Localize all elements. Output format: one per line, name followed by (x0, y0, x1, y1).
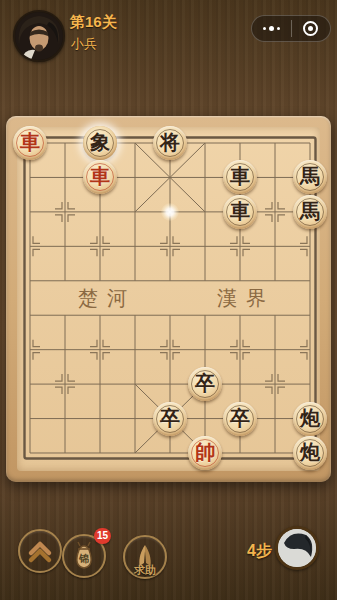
piece-character: 将 (160, 132, 180, 152)
pieces-layer: 車象将車車馬車馬卒卒卒炮帥炮 (6, 116, 331, 482)
top-bar: 第16关 小兵 (0, 0, 337, 66)
tips-count-badge: 15 (94, 528, 111, 544)
opponent-avatar-image (278, 529, 316, 567)
piece-character: 卒 (195, 373, 215, 393)
piece-black-卒[interactable]: 卒 (153, 402, 187, 436)
money-bag-icon: 锦 (66, 538, 102, 574)
piece-character: 炮 (300, 442, 320, 462)
board-frame: 楚河漢界 車象将車車馬車馬卒卒卒炮帥炮 (6, 116, 331, 482)
piece-black-炮[interactable]: 炮 (293, 436, 327, 470)
piece-red-車[interactable]: 車 (13, 126, 47, 160)
piece-black-卒[interactable]: 卒 (188, 367, 222, 401)
piece-black-車[interactable]: 車 (223, 195, 257, 229)
piece-character: 馬 (300, 201, 320, 221)
opponent-avatar (275, 526, 319, 570)
piece-character: 車 (90, 166, 110, 186)
piece-character: 馬 (300, 166, 320, 186)
ask-help-label: 求助 (123, 563, 167, 578)
piece-red-帥[interactable]: 帥 (188, 436, 222, 470)
piece-black-馬[interactable]: 馬 (293, 195, 327, 229)
player-avatar (13, 10, 65, 62)
piece-black-卒[interactable]: 卒 (223, 402, 257, 436)
bottom-bar: 锦 15 求助 4步 (0, 508, 337, 600)
miniprogram-capsule (251, 15, 331, 42)
piece-black-車[interactable]: 車 (223, 160, 257, 194)
piece-character: 車 (20, 132, 40, 152)
app-screen: 第16关 小兵 楚河漢界 車象将車車馬車馬卒卒卒炮帥炮 (0, 0, 337, 600)
svg-text:锦: 锦 (78, 553, 89, 564)
piece-black-馬[interactable]: 馬 (293, 160, 327, 194)
more-button[interactable] (252, 16, 291, 41)
piece-red-車[interactable]: 車 (83, 160, 117, 194)
chevron-up-icon (23, 534, 57, 568)
piece-character: 帥 (195, 442, 215, 462)
piece-character: 卒 (160, 408, 180, 428)
move-hint-sparkle (161, 203, 179, 221)
target-circle-icon (303, 21, 318, 36)
piece-black-炮[interactable]: 炮 (293, 402, 327, 436)
steps-counter: 4步 (247, 541, 272, 562)
level-subtitle: 小兵 (71, 35, 97, 53)
more-dots-icon (263, 26, 280, 31)
player-avatar-image (15, 12, 63, 60)
piece-character: 車 (230, 201, 250, 221)
level-title: 第16关 (70, 13, 117, 32)
piece-black-将[interactable]: 将 (153, 126, 187, 160)
piece-black-象[interactable]: 象 (83, 126, 117, 160)
close-home-button[interactable] (292, 16, 331, 41)
expand-menu-button[interactable] (18, 529, 62, 573)
piece-character: 炮 (300, 408, 320, 428)
piece-character: 象 (90, 132, 110, 152)
piece-character: 卒 (230, 408, 250, 428)
piece-character: 車 (230, 166, 250, 186)
